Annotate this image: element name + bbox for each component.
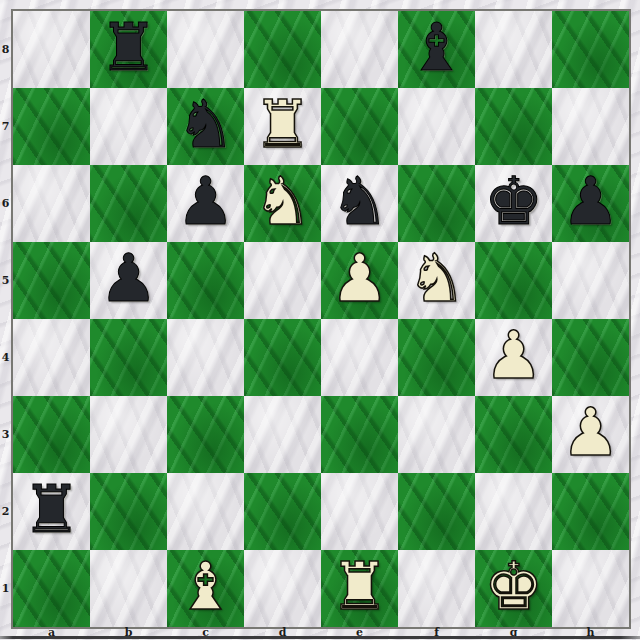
chess-app-window: 8 7 6 5 4 3 2 1 ♜♝♞♜♟♞♞♚♟♟♟♞♟♟♜♝♜♚ a b c… [0, 0, 640, 640]
rank-label-2: 2 [0, 473, 11, 550]
square-f8[interactable]: ♝ [398, 11, 475, 88]
square-h5[interactable] [552, 242, 629, 319]
square-c6[interactable]: ♟ [167, 165, 244, 242]
square-g8[interactable] [475, 11, 552, 88]
square-g4[interactable]: ♟ [475, 319, 552, 396]
window-edge-shadow [0, 636, 640, 639]
square-a4[interactable] [13, 319, 90, 396]
piece-black-rook: ♜ [22, 477, 81, 543]
square-h7[interactable] [552, 88, 629, 165]
square-b2[interactable] [90, 473, 167, 550]
square-a1[interactable] [13, 550, 90, 627]
square-d5[interactable] [244, 242, 321, 319]
square-f1[interactable] [398, 550, 475, 627]
square-h6[interactable]: ♟ [552, 165, 629, 242]
square-d3[interactable] [244, 396, 321, 473]
piece-white-rook: ♜ [253, 92, 312, 158]
square-b6[interactable] [90, 165, 167, 242]
piece-white-pawn: ♟ [561, 400, 620, 466]
square-f6[interactable] [398, 165, 475, 242]
piece-black-king: ♚ [484, 169, 543, 235]
square-b7[interactable] [90, 88, 167, 165]
square-e4[interactable] [321, 319, 398, 396]
square-e3[interactable] [321, 396, 398, 473]
square-b4[interactable] [90, 319, 167, 396]
piece-white-bishop: ♝ [176, 554, 235, 620]
square-b1[interactable] [90, 550, 167, 627]
square-g7[interactable] [475, 88, 552, 165]
square-a2[interactable]: ♜ [13, 473, 90, 550]
square-c2[interactable] [167, 473, 244, 550]
rank-label-8: 8 [0, 11, 11, 88]
piece-black-knight: ♞ [176, 92, 235, 158]
piece-black-pawn: ♟ [561, 169, 620, 235]
square-d1[interactable] [244, 550, 321, 627]
piece-white-king: ♚ [484, 554, 543, 620]
square-h2[interactable] [552, 473, 629, 550]
rank-label-4: 4 [0, 319, 11, 396]
square-h4[interactable] [552, 319, 629, 396]
square-e6[interactable]: ♞ [321, 165, 398, 242]
square-e5[interactable]: ♟ [321, 242, 398, 319]
square-a6[interactable] [13, 165, 90, 242]
chess-board: ♜♝♞♜♟♞♞♚♟♟♟♞♟♟♜♝♜♚ [11, 9, 631, 629]
square-c7[interactable]: ♞ [167, 88, 244, 165]
square-d2[interactable] [244, 473, 321, 550]
square-f2[interactable] [398, 473, 475, 550]
square-h1[interactable] [552, 550, 629, 627]
square-c3[interactable] [167, 396, 244, 473]
square-e2[interactable] [321, 473, 398, 550]
square-b5[interactable]: ♟ [90, 242, 167, 319]
piece-black-rook: ♜ [99, 15, 158, 81]
square-e1[interactable]: ♜ [321, 550, 398, 627]
square-a8[interactable] [13, 11, 90, 88]
square-a5[interactable] [13, 242, 90, 319]
square-f7[interactable] [398, 88, 475, 165]
rank-label-6: 6 [0, 165, 11, 242]
square-f3[interactable] [398, 396, 475, 473]
piece-white-pawn: ♟ [330, 246, 389, 312]
square-c4[interactable] [167, 319, 244, 396]
square-c1[interactable]: ♝ [167, 550, 244, 627]
piece-black-knight: ♞ [330, 169, 389, 235]
rank-label-3: 3 [0, 396, 11, 473]
piece-black-bishop: ♝ [407, 15, 466, 81]
square-f5[interactable]: ♞ [398, 242, 475, 319]
square-b8[interactable]: ♜ [90, 11, 167, 88]
rank-labels: 8 7 6 5 4 3 2 1 [0, 11, 11, 627]
square-e8[interactable] [321, 11, 398, 88]
square-g1[interactable]: ♚ [475, 550, 552, 627]
square-f4[interactable] [398, 319, 475, 396]
piece-white-knight: ♞ [407, 246, 466, 312]
square-g6[interactable]: ♚ [475, 165, 552, 242]
rank-label-1: 1 [0, 550, 11, 627]
piece-black-pawn: ♟ [176, 169, 235, 235]
square-c5[interactable] [167, 242, 244, 319]
square-h8[interactable] [552, 11, 629, 88]
square-g2[interactable] [475, 473, 552, 550]
square-g5[interactable] [475, 242, 552, 319]
piece-white-knight: ♞ [253, 169, 312, 235]
square-d8[interactable] [244, 11, 321, 88]
square-a7[interactable] [13, 88, 90, 165]
square-d4[interactable] [244, 319, 321, 396]
square-a3[interactable] [13, 396, 90, 473]
piece-white-rook: ♜ [330, 554, 389, 620]
piece-black-pawn: ♟ [99, 246, 158, 312]
square-d6[interactable]: ♞ [244, 165, 321, 242]
piece-white-pawn: ♟ [484, 323, 543, 389]
square-g3[interactable] [475, 396, 552, 473]
square-b3[interactable] [90, 396, 167, 473]
square-c8[interactable] [167, 11, 244, 88]
square-h3[interactable]: ♟ [552, 396, 629, 473]
rank-label-7: 7 [0, 88, 11, 165]
rank-label-5: 5 [0, 242, 11, 319]
square-e7[interactable] [321, 88, 398, 165]
square-d7[interactable]: ♜ [244, 88, 321, 165]
chess-board-grid: ♜♝♞♜♟♞♞♚♟♟♟♞♟♟♜♝♜♚ [13, 11, 629, 627]
